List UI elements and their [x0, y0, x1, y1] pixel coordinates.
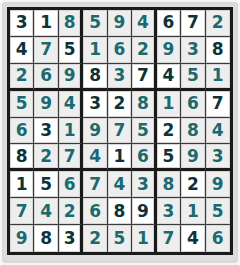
cell-r9c8[interactable]: 4: [181, 225, 205, 252]
cell-r2c4[interactable]: 1: [83, 37, 107, 64]
cell-r7c5[interactable]: 4: [108, 171, 132, 198]
cell-r8c6[interactable]: 9: [132, 198, 156, 225]
cell-r8c5[interactable]: 8: [108, 198, 132, 225]
cell-r7c1[interactable]: 1: [10, 171, 34, 198]
cell-r6c3[interactable]: 7: [59, 144, 83, 171]
cell-r8c9[interactable]: 5: [206, 198, 230, 225]
cell-r3c7[interactable]: 4: [157, 64, 181, 91]
cell-r6c4[interactable]: 4: [83, 144, 107, 171]
cell-r4c7[interactable]: 1: [157, 91, 181, 118]
cell-r8c1[interactable]: 7: [10, 198, 34, 225]
cell-r3c5[interactable]: 3: [108, 64, 132, 91]
cell-r8c7[interactable]: 3: [157, 198, 181, 225]
cell-r2c9[interactable]: 8: [206, 37, 230, 64]
cell-r5c9[interactable]: 4: [206, 118, 230, 145]
cell-r3c1[interactable]: 2: [10, 64, 34, 91]
cell-r9c2[interactable]: 8: [34, 225, 58, 252]
cell-r1c7[interactable]: 6: [157, 10, 181, 37]
cell-r2c7[interactable]: 9: [157, 37, 181, 64]
cell-r3c4[interactable]: 8: [83, 64, 107, 91]
cell-r7c4[interactable]: 7: [83, 171, 107, 198]
cell-r7c7[interactable]: 8: [157, 171, 181, 198]
cell-r6c9[interactable]: 3: [206, 144, 230, 171]
cell-r5c4[interactable]: 9: [83, 118, 107, 145]
cell-r4c6[interactable]: 8: [132, 91, 156, 118]
cell-r5c5[interactable]: 7: [108, 118, 132, 145]
cell-r1c2[interactable]: 1: [34, 10, 58, 37]
cell-r8c2[interactable]: 4: [34, 198, 58, 225]
cell-r4c8[interactable]: 6: [181, 91, 205, 118]
cell-r4c2[interactable]: 9: [34, 91, 58, 118]
cell-r6c5[interactable]: 1: [108, 144, 132, 171]
cell-r7c8[interactable]: 2: [181, 171, 205, 198]
cell-r6c6[interactable]: 6: [132, 144, 156, 171]
cell-r5c1[interactable]: 6: [10, 118, 34, 145]
cell-r5c6[interactable]: 5: [132, 118, 156, 145]
cell-r3c9[interactable]: 1: [206, 64, 230, 91]
cell-r6c1[interactable]: 8: [10, 144, 34, 171]
cell-r6c7[interactable]: 5: [157, 144, 181, 171]
cell-r6c8[interactable]: 9: [181, 144, 205, 171]
cell-r1c1[interactable]: 3: [10, 10, 34, 37]
cell-r2c2[interactable]: 7: [34, 37, 58, 64]
puzzle-frame: 3185946724751629382698374515943281676319…: [0, 0, 240, 265]
cell-r1c9[interactable]: 2: [206, 10, 230, 37]
cell-r2c5[interactable]: 6: [108, 37, 132, 64]
cell-r3c2[interactable]: 6: [34, 64, 58, 91]
cell-r3c6[interactable]: 7: [132, 64, 156, 91]
cell-r5c8[interactable]: 8: [181, 118, 205, 145]
cell-r8c3[interactable]: 2: [59, 198, 83, 225]
cell-r5c3[interactable]: 1: [59, 118, 83, 145]
cell-r4c1[interactable]: 5: [10, 91, 34, 118]
cell-r3c8[interactable]: 5: [181, 64, 205, 91]
cell-r3c3[interactable]: 9: [59, 64, 83, 91]
cell-r8c4[interactable]: 6: [83, 198, 107, 225]
cell-r9c7[interactable]: 7: [157, 225, 181, 252]
sudoku-board: 3185946724751629382698374515943281676319…: [7, 7, 233, 255]
cell-r4c3[interactable]: 4: [59, 91, 83, 118]
cell-r9c1[interactable]: 9: [10, 225, 34, 252]
cell-r6c2[interactable]: 2: [34, 144, 58, 171]
cell-r4c4[interactable]: 3: [83, 91, 107, 118]
cell-r7c9[interactable]: 9: [206, 171, 230, 198]
cell-r9c4[interactable]: 2: [83, 225, 107, 252]
cell-r1c3[interactable]: 8: [59, 10, 83, 37]
cell-r1c4[interactable]: 5: [83, 10, 107, 37]
cell-r4c9[interactable]: 7: [206, 91, 230, 118]
cell-r2c1[interactable]: 4: [10, 37, 34, 64]
cell-r5c2[interactable]: 3: [34, 118, 58, 145]
cell-r7c3[interactable]: 6: [59, 171, 83, 198]
cell-r5c7[interactable]: 2: [157, 118, 181, 145]
cell-r8c8[interactable]: 1: [181, 198, 205, 225]
cell-r9c5[interactable]: 5: [108, 225, 132, 252]
cell-r7c6[interactable]: 3: [132, 171, 156, 198]
cell-r1c6[interactable]: 4: [132, 10, 156, 37]
cell-r7c2[interactable]: 5: [34, 171, 58, 198]
cell-r1c8[interactable]: 7: [181, 10, 205, 37]
cell-r9c3[interactable]: 3: [59, 225, 83, 252]
cell-r9c6[interactable]: 1: [132, 225, 156, 252]
cell-r1c5[interactable]: 9: [108, 10, 132, 37]
cell-r2c8[interactable]: 3: [181, 37, 205, 64]
cell-r9c9[interactable]: 6: [206, 225, 230, 252]
cell-r2c6[interactable]: 2: [132, 37, 156, 64]
cell-r4c5[interactable]: 2: [108, 91, 132, 118]
cell-r2c3[interactable]: 5: [59, 37, 83, 64]
